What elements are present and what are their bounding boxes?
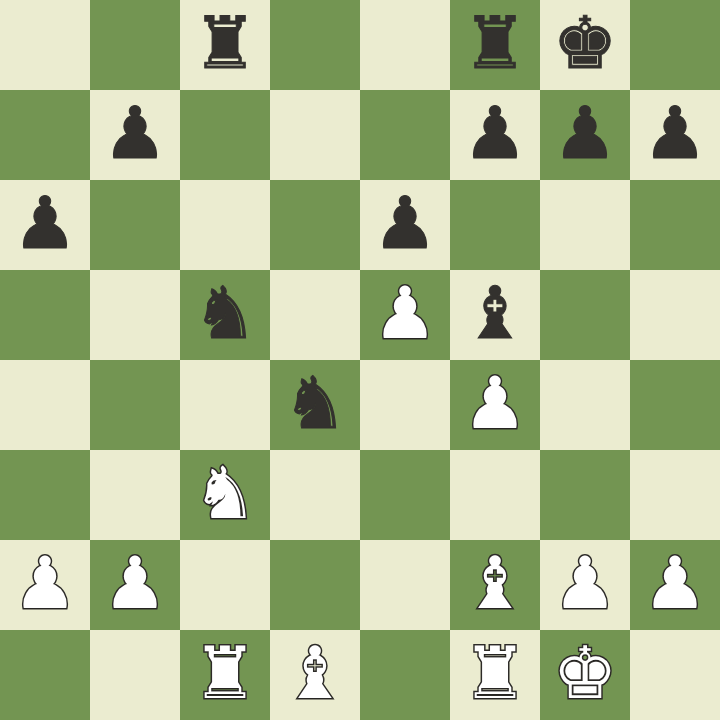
white-knight[interactable]: ♞	[193, 457, 258, 529]
white-pawn[interactable]: ♟	[13, 547, 78, 619]
square-b7[interactable]: ♟	[90, 90, 180, 180]
square-h2[interactable]: ♟	[630, 540, 720, 630]
square-c6[interactable]	[180, 180, 270, 270]
square-a2[interactable]: ♟	[0, 540, 90, 630]
white-pawn[interactable]: ♟	[643, 547, 708, 619]
square-f4[interactable]: ♟	[450, 360, 540, 450]
square-d2[interactable]	[270, 540, 360, 630]
square-a4[interactable]	[0, 360, 90, 450]
square-h4[interactable]	[630, 360, 720, 450]
black-pawn[interactable]: ♟	[643, 97, 708, 169]
square-e1[interactable]	[360, 630, 450, 720]
square-f7[interactable]: ♟	[450, 90, 540, 180]
square-h1[interactable]	[630, 630, 720, 720]
square-c5[interactable]: ♞	[180, 270, 270, 360]
square-g2[interactable]: ♟	[540, 540, 630, 630]
white-rook[interactable]: ♜	[193, 637, 258, 709]
white-pawn[interactable]: ♟	[463, 367, 528, 439]
square-g4[interactable]	[540, 360, 630, 450]
square-g3[interactable]	[540, 450, 630, 540]
square-a1[interactable]	[0, 630, 90, 720]
white-bishop[interactable]: ♝	[463, 547, 528, 619]
square-d5[interactable]	[270, 270, 360, 360]
square-b2[interactable]: ♟	[90, 540, 180, 630]
square-h5[interactable]	[630, 270, 720, 360]
square-d1[interactable]: ♝	[270, 630, 360, 720]
square-f2[interactable]: ♝	[450, 540, 540, 630]
square-h7[interactable]: ♟	[630, 90, 720, 180]
square-a8[interactable]	[0, 0, 90, 90]
square-d4[interactable]: ♞	[270, 360, 360, 450]
white-pawn[interactable]: ♟	[373, 277, 438, 349]
square-c7[interactable]	[180, 90, 270, 180]
square-c3[interactable]: ♞	[180, 450, 270, 540]
square-b1[interactable]	[90, 630, 180, 720]
square-d7[interactable]	[270, 90, 360, 180]
square-h6[interactable]	[630, 180, 720, 270]
square-h8[interactable]	[630, 0, 720, 90]
square-g8[interactable]: ♚	[540, 0, 630, 90]
square-f8[interactable]: ♜	[450, 0, 540, 90]
black-pawn[interactable]: ♟	[373, 187, 438, 259]
white-bishop[interactable]: ♝	[283, 637, 348, 709]
square-c1[interactable]: ♜	[180, 630, 270, 720]
square-g5[interactable]	[540, 270, 630, 360]
square-b3[interactable]	[90, 450, 180, 540]
square-g6[interactable]	[540, 180, 630, 270]
black-knight[interactable]: ♞	[283, 367, 348, 439]
square-d3[interactable]	[270, 450, 360, 540]
square-c4[interactable]	[180, 360, 270, 450]
square-e4[interactable]	[360, 360, 450, 450]
black-pawn[interactable]: ♟	[553, 97, 618, 169]
white-pawn[interactable]: ♟	[103, 547, 168, 619]
square-e6[interactable]: ♟	[360, 180, 450, 270]
square-b6[interactable]	[90, 180, 180, 270]
square-e8[interactable]	[360, 0, 450, 90]
square-c2[interactable]	[180, 540, 270, 630]
black-bishop[interactable]: ♝	[463, 277, 528, 349]
black-pawn[interactable]: ♟	[103, 97, 168, 169]
square-a5[interactable]	[0, 270, 90, 360]
black-rook[interactable]: ♜	[463, 7, 528, 79]
square-c8[interactable]: ♜	[180, 0, 270, 90]
black-pawn[interactable]: ♟	[463, 97, 528, 169]
square-a7[interactable]	[0, 90, 90, 180]
square-a3[interactable]	[0, 450, 90, 540]
square-f1[interactable]: ♜	[450, 630, 540, 720]
square-d8[interactable]	[270, 0, 360, 90]
black-rook[interactable]: ♜	[193, 7, 258, 79]
square-b4[interactable]	[90, 360, 180, 450]
square-g1[interactable]: ♚	[540, 630, 630, 720]
square-e5[interactable]: ♟	[360, 270, 450, 360]
chess-board[interactable]: ♜♜♚♟♟♟♟♟♟♞♟♝♞♟♞♟♟♝♟♟♜♝♜♚	[0, 0, 720, 720]
white-rook[interactable]: ♜	[463, 637, 528, 709]
square-b8[interactable]	[90, 0, 180, 90]
black-knight[interactable]: ♞	[193, 277, 258, 349]
square-a6[interactable]: ♟	[0, 180, 90, 270]
white-pawn[interactable]: ♟	[553, 547, 618, 619]
square-e7[interactable]	[360, 90, 450, 180]
square-b5[interactable]	[90, 270, 180, 360]
square-d6[interactable]	[270, 180, 360, 270]
square-f5[interactable]: ♝	[450, 270, 540, 360]
black-pawn[interactable]: ♟	[13, 187, 78, 259]
square-e3[interactable]	[360, 450, 450, 540]
square-e2[interactable]	[360, 540, 450, 630]
square-f3[interactable]	[450, 450, 540, 540]
black-king[interactable]: ♚	[553, 7, 618, 79]
square-f6[interactable]	[450, 180, 540, 270]
white-king[interactable]: ♚	[553, 637, 618, 709]
square-g7[interactable]: ♟	[540, 90, 630, 180]
square-h3[interactable]	[630, 450, 720, 540]
